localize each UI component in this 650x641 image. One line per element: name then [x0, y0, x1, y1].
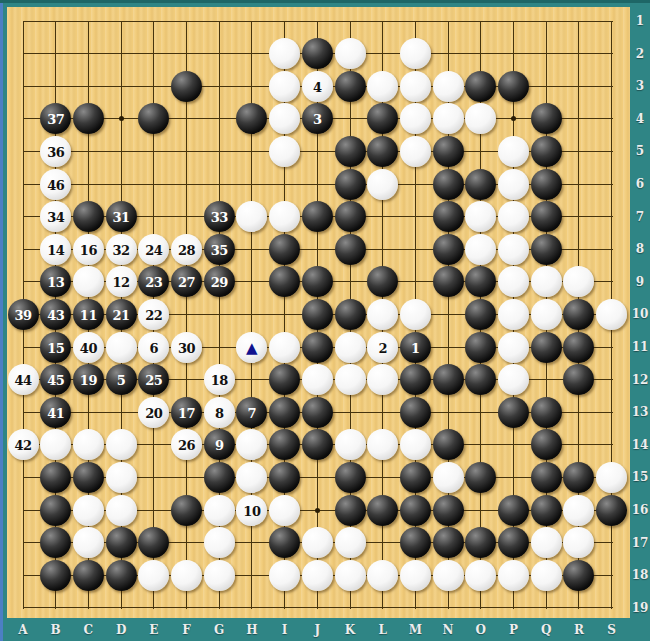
stone-black-J7	[302, 201, 333, 232]
col-label-P: P	[504, 623, 524, 637]
stone-black-Q13	[531, 397, 562, 428]
stone-white-B8: 14	[40, 234, 71, 265]
stone-black-J2	[302, 38, 333, 69]
stone-black-O15	[465, 462, 496, 493]
stone-black-C18	[73, 560, 104, 591]
stone-white-S10	[596, 299, 627, 330]
go-board-screenshot: 4373364634313314163224283513122327293943…	[0, 0, 650, 641]
row-label-19: 19	[630, 601, 650, 615]
move-number: 32	[113, 243, 130, 258]
stone-white-G12: 18	[204, 364, 235, 395]
col-label-F: F	[177, 623, 197, 637]
stone-white-N18	[433, 560, 464, 591]
stone-black-N14	[433, 429, 464, 460]
stone-white-G16	[204, 495, 235, 526]
stone-black-Q5	[531, 136, 562, 167]
stone-black-B12: 45	[40, 364, 71, 395]
stone-white-L3	[367, 71, 398, 102]
move-number: 9	[215, 438, 224, 453]
move-number: 41	[47, 406, 64, 421]
row-label-9: 9	[630, 275, 650, 289]
col-label-M: M	[405, 623, 425, 637]
stone-black-M13	[400, 397, 431, 428]
stone-white-D11	[106, 332, 137, 363]
stone-black-R10	[563, 299, 594, 330]
grid-hline	[23, 21, 613, 22]
row-label-5: 5	[630, 144, 650, 158]
stone-black-J10	[302, 299, 333, 330]
stone-white-C9	[73, 266, 104, 297]
stone-white-O18	[465, 560, 496, 591]
stone-white-J18	[302, 560, 333, 591]
stone-white-C11: 40	[73, 332, 104, 363]
stone-white-M18	[400, 560, 431, 591]
move-number: 13	[47, 275, 64, 290]
stone-black-H4	[236, 103, 267, 134]
stone-black-E17	[138, 527, 169, 558]
stone-white-Q18	[531, 560, 562, 591]
move-number: 25	[145, 373, 162, 388]
stone-white-R17	[563, 527, 594, 558]
stone-black-B15	[40, 462, 71, 493]
move-number: 10	[243, 504, 260, 519]
stone-black-P16	[498, 495, 529, 526]
stone-white-D15	[106, 462, 137, 493]
col-label-G: G	[209, 623, 229, 637]
stone-white-K11	[335, 332, 366, 363]
stone-black-E4	[138, 103, 169, 134]
stone-white-F18	[171, 560, 202, 591]
stone-white-I11	[269, 332, 300, 363]
stone-white-P9	[498, 266, 529, 297]
stone-black-G9: 29	[204, 266, 235, 297]
row-label-3: 3	[630, 79, 650, 93]
stone-white-S15	[596, 462, 627, 493]
stone-black-J4: 3	[302, 103, 333, 134]
stone-black-N6	[433, 169, 464, 200]
stone-black-R18	[563, 560, 594, 591]
stone-white-J17	[302, 527, 333, 558]
stone-black-N7	[433, 201, 464, 232]
stone-white-C16	[73, 495, 104, 526]
grid-hline	[23, 607, 613, 608]
stone-black-Q7	[531, 201, 562, 232]
stone-black-Q8	[531, 234, 562, 265]
move-number: 3	[313, 112, 322, 127]
move-number: 42	[14, 438, 31, 453]
stone-black-C10: 11	[73, 299, 104, 330]
stone-white-H16: 10	[236, 495, 267, 526]
stone-black-B10: 43	[40, 299, 71, 330]
move-number: 7	[248, 406, 257, 421]
col-label-E: E	[144, 623, 164, 637]
stone-white-B6: 46	[40, 169, 71, 200]
row-label-12: 12	[630, 373, 650, 387]
stone-black-D18	[106, 560, 137, 591]
stone-black-H13: 7	[236, 397, 267, 428]
move-number: 39	[14, 308, 31, 323]
stone-white-B14	[40, 429, 71, 460]
move-number: 34	[47, 210, 64, 225]
move-number: 28	[178, 243, 195, 258]
stone-white-K18	[335, 560, 366, 591]
stone-black-F3	[171, 71, 202, 102]
move-number: 2	[378, 341, 387, 356]
stone-white-F11: 30	[171, 332, 202, 363]
row-label-11: 11	[630, 340, 650, 354]
row-label-1: 1	[630, 14, 650, 28]
row-label-4: 4	[630, 112, 650, 126]
stone-black-G7: 33	[204, 201, 235, 232]
move-number: 43	[47, 308, 64, 323]
stone-black-J14	[302, 429, 333, 460]
stone-black-P13	[498, 397, 529, 428]
move-number: 40	[80, 341, 97, 356]
move-number: 37	[47, 112, 64, 127]
col-label-N: N	[438, 623, 458, 637]
stone-white-L18	[367, 560, 398, 591]
triangle-marker-icon: ▲	[246, 339, 258, 357]
stone-white-M2	[400, 38, 431, 69]
move-number: 22	[145, 308, 162, 323]
stone-white-L6	[367, 169, 398, 200]
stone-black-N5	[433, 136, 464, 167]
col-label-K: K	[340, 623, 360, 637]
move-number: 8	[215, 406, 224, 421]
stone-white-F8: 28	[171, 234, 202, 265]
move-number: 6	[150, 341, 159, 356]
stone-white-I3	[269, 71, 300, 102]
stone-white-P11	[498, 332, 529, 363]
stone-black-N12	[433, 364, 464, 395]
stone-black-Q6	[531, 169, 562, 200]
col-label-B: B	[46, 623, 66, 637]
stone-white-O4	[465, 103, 496, 134]
stone-white-M5	[400, 136, 431, 167]
stone-black-O9	[465, 266, 496, 297]
stone-white-A12: 44	[8, 364, 39, 395]
stone-white-L12	[367, 364, 398, 395]
col-label-C: C	[78, 623, 98, 637]
stone-white-J12	[302, 364, 333, 395]
stone-black-Q16	[531, 495, 562, 526]
move-number: 16	[80, 243, 97, 258]
stone-white-E11: 6	[138, 332, 169, 363]
stone-black-B17	[40, 527, 71, 558]
stone-white-G13: 8	[204, 397, 235, 428]
stone-white-P12	[498, 364, 529, 395]
stone-white-I16	[269, 495, 300, 526]
stone-white-M3	[400, 71, 431, 102]
stone-white-N4	[433, 103, 464, 134]
stone-black-A10: 39	[8, 299, 39, 330]
move-number: 46	[47, 178, 64, 193]
stone-black-K6	[335, 169, 366, 200]
stone-white-E18	[138, 560, 169, 591]
stone-black-Q4	[531, 103, 562, 134]
stone-black-O10	[465, 299, 496, 330]
stone-white-P5	[498, 136, 529, 167]
stone-white-D16	[106, 495, 137, 526]
move-number: 12	[113, 275, 130, 290]
stone-white-M14	[400, 429, 431, 460]
stone-white-K12	[335, 364, 366, 395]
row-label-6: 6	[630, 177, 650, 191]
stone-white-N3	[433, 71, 464, 102]
stone-black-L9	[367, 266, 398, 297]
stone-white-P7	[498, 201, 529, 232]
stone-black-F16	[171, 495, 202, 526]
move-number: 44	[14, 373, 31, 388]
stone-white-O7	[465, 201, 496, 232]
stone-black-J11	[302, 332, 333, 363]
stone-black-L4	[367, 103, 398, 134]
stone-black-M17	[400, 527, 431, 558]
stone-white-K2	[335, 38, 366, 69]
stone-black-C7	[73, 201, 104, 232]
row-label-13: 13	[630, 405, 650, 419]
stone-white-P10	[498, 299, 529, 330]
stone-white-M10	[400, 299, 431, 330]
move-number: 31	[113, 210, 130, 225]
col-label-J: J	[307, 623, 327, 637]
stone-white-I18	[269, 560, 300, 591]
move-number: 20	[145, 406, 162, 421]
move-number: 19	[80, 373, 97, 388]
stone-black-C4	[73, 103, 104, 134]
stone-white-I5	[269, 136, 300, 167]
row-label-14: 14	[630, 438, 650, 452]
move-number: 26	[178, 438, 195, 453]
col-label-I: I	[275, 623, 295, 637]
move-number: 30	[178, 341, 195, 356]
row-label-7: 7	[630, 210, 650, 224]
stone-black-N16	[433, 495, 464, 526]
stone-black-K8	[335, 234, 366, 265]
stone-white-P8	[498, 234, 529, 265]
stone-black-O17	[465, 527, 496, 558]
goban[interactable]: 4373364634313314163224283513122327293943…	[7, 7, 630, 618]
stone-black-F13: 17	[171, 397, 202, 428]
stone-black-I14	[269, 429, 300, 460]
move-number: 27	[178, 275, 195, 290]
move-number: 4	[313, 80, 322, 95]
row-label-15: 15	[630, 470, 650, 484]
row-label-17: 17	[630, 536, 650, 550]
stone-black-Q15	[531, 462, 562, 493]
move-number: 18	[211, 373, 228, 388]
move-number: 17	[178, 406, 195, 421]
stone-black-O11	[465, 332, 496, 363]
move-number: 11	[80, 308, 97, 323]
stone-black-I13	[269, 397, 300, 428]
stone-black-D10: 21	[106, 299, 137, 330]
stone-black-B13: 41	[40, 397, 71, 428]
stone-white-L10	[367, 299, 398, 330]
stone-black-B11: 15	[40, 332, 71, 363]
stone-white-L11: 2	[367, 332, 398, 363]
stone-white-G18	[204, 560, 235, 591]
stone-white-H7	[236, 201, 267, 232]
stone-white-D14	[106, 429, 137, 460]
stone-black-C12: 19	[73, 364, 104, 395]
stone-black-M15	[400, 462, 431, 493]
stone-white-O8	[465, 234, 496, 265]
star-point-D4	[119, 116, 124, 121]
col-label-R: R	[569, 623, 589, 637]
move-number: 36	[47, 145, 64, 160]
stone-white-F14: 26	[171, 429, 202, 460]
stone-black-I8	[269, 234, 300, 265]
move-number: 1	[411, 341, 420, 356]
stone-black-K15	[335, 462, 366, 493]
stone-white-K17	[335, 527, 366, 558]
stone-black-G15	[204, 462, 235, 493]
stone-white-G17	[204, 527, 235, 558]
stone-black-R11	[563, 332, 594, 363]
row-label-2: 2	[630, 47, 650, 61]
stone-black-D12: 5	[106, 364, 137, 395]
stone-white-I2	[269, 38, 300, 69]
col-label-D: D	[111, 623, 131, 637]
stone-white-Q10	[531, 299, 562, 330]
stone-white-K14	[335, 429, 366, 460]
stone-black-B16	[40, 495, 71, 526]
stone-white-A14: 42	[8, 429, 39, 460]
stone-black-G8: 35	[204, 234, 235, 265]
star-point-P4	[511, 116, 516, 121]
stone-black-P3	[498, 71, 529, 102]
move-number: 21	[113, 308, 130, 323]
stone-black-M11: 1	[400, 332, 431, 363]
stone-white-D8: 32	[106, 234, 137, 265]
stone-white-B5: 36	[40, 136, 71, 167]
stone-black-B4: 37	[40, 103, 71, 134]
stone-black-B18	[40, 560, 71, 591]
stone-black-K7	[335, 201, 366, 232]
stone-black-K16	[335, 495, 366, 526]
window-edge-accent	[0, 0, 3, 641]
stone-black-R15	[563, 462, 594, 493]
stone-black-J9	[302, 266, 333, 297]
move-number: 14	[47, 243, 64, 258]
stone-black-R12	[563, 364, 594, 395]
stone-black-M12	[400, 364, 431, 395]
stone-black-M16	[400, 495, 431, 526]
stone-black-N9	[433, 266, 464, 297]
stone-white-Q9	[531, 266, 562, 297]
star-point-J16	[315, 508, 320, 513]
move-number: 45	[47, 373, 64, 388]
col-label-H: H	[242, 623, 262, 637]
stone-white-H15	[236, 462, 267, 493]
col-label-Q: Q	[536, 623, 556, 637]
stone-black-L5	[367, 136, 398, 167]
stone-white-D9: 12	[106, 266, 137, 297]
col-label-S: S	[602, 623, 622, 637]
stone-black-K5	[335, 136, 366, 167]
stone-white-E10: 22	[138, 299, 169, 330]
row-label-8: 8	[630, 242, 650, 256]
stone-black-O3	[465, 71, 496, 102]
move-number: 35	[211, 243, 228, 258]
stone-white-P6	[498, 169, 529, 200]
stone-black-F9: 27	[171, 266, 202, 297]
stone-white-I4	[269, 103, 300, 134]
stone-white-H11: ▲	[236, 332, 267, 363]
stone-black-N17	[433, 527, 464, 558]
move-number: 23	[145, 275, 162, 290]
move-number: 33	[211, 210, 228, 225]
stone-black-O12	[465, 364, 496, 395]
move-number: 5	[117, 373, 126, 388]
stone-black-S16	[596, 495, 627, 526]
stone-black-E9: 23	[138, 266, 169, 297]
stone-white-H14	[236, 429, 267, 460]
stone-black-I9	[269, 266, 300, 297]
col-label-L: L	[373, 623, 393, 637]
stone-black-C15	[73, 462, 104, 493]
stone-black-J13	[302, 397, 333, 428]
stone-white-Q17	[531, 527, 562, 558]
stone-black-N8	[433, 234, 464, 265]
stone-white-C17	[73, 527, 104, 558]
stone-white-R9	[563, 266, 594, 297]
stone-black-E12: 25	[138, 364, 169, 395]
row-label-18: 18	[630, 568, 650, 582]
move-number: 15	[47, 341, 64, 356]
stone-black-K10	[335, 299, 366, 330]
stone-white-J3: 4	[302, 71, 333, 102]
stone-black-K3	[335, 71, 366, 102]
stone-white-C14	[73, 429, 104, 460]
stone-black-B9: 13	[40, 266, 71, 297]
stone-black-I12	[269, 364, 300, 395]
col-label-O: O	[471, 623, 491, 637]
stone-white-I7	[269, 201, 300, 232]
stone-black-L16	[367, 495, 398, 526]
stone-black-P17	[498, 527, 529, 558]
stone-white-L14	[367, 429, 398, 460]
stone-black-D17	[106, 527, 137, 558]
stone-white-E8: 24	[138, 234, 169, 265]
move-number: 29	[211, 275, 228, 290]
stone-white-C8: 16	[73, 234, 104, 265]
stone-black-Q14	[531, 429, 562, 460]
stone-white-P18	[498, 560, 529, 591]
stone-black-I17	[269, 527, 300, 558]
stone-black-G14: 9	[204, 429, 235, 460]
stone-white-B7: 34	[40, 201, 71, 232]
stone-white-N15	[433, 462, 464, 493]
col-label-A: A	[13, 623, 33, 637]
stone-white-M4	[400, 103, 431, 134]
row-label-10: 10	[630, 307, 650, 321]
stone-black-Q11	[531, 332, 562, 363]
stone-white-R16	[563, 495, 594, 526]
stone-black-I15	[269, 462, 300, 493]
move-number: 24	[145, 243, 162, 258]
row-label-16: 16	[630, 503, 650, 517]
stone-black-O6	[465, 169, 496, 200]
stone-white-E13: 20	[138, 397, 169, 428]
stone-black-D7: 31	[106, 201, 137, 232]
frame-top-edge	[0, 0, 650, 3]
